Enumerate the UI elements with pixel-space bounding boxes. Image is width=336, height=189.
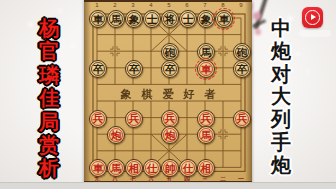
- piece-black-f4-r1[interactable]: 士: [143, 10, 161, 28]
- piece-red-f1-r7[interactable]: 兵: [89, 110, 107, 128]
- file-label-top-4: 4: [149, 2, 152, 8]
- file-label-top-8: 8: [221, 2, 224, 8]
- file-label-top-9: 9: [239, 2, 242, 8]
- petal: [306, 70, 309, 73]
- river-text: 象棋爱好者: [84, 87, 252, 102]
- file-label-top-2: 2: [113, 2, 116, 8]
- piece-red-f5-r7[interactable]: 兵: [161, 110, 179, 128]
- file-label-top-5: 5: [167, 2, 170, 8]
- bottom-strip: [0, 182, 336, 189]
- piece-black-f3-r1[interactable]: 象: [125, 10, 143, 28]
- play-logo: [302, 7, 323, 28]
- piece-black-f8-r1[interactable]: 車: [215, 10, 233, 28]
- piece-black-f9-r3[interactable]: 砲: [233, 43, 251, 61]
- play-icon: [311, 14, 316, 20]
- blossom-flower: [255, 29, 261, 35]
- blossom-flower: [253, 12, 261, 20]
- last-move-marker: [213, 8, 235, 30]
- petal: [296, 52, 300, 56]
- file-label-top-1: 1: [95, 2, 98, 8]
- file-label-top-3: 3: [131, 2, 134, 8]
- piece-black-f1-r4[interactable]: 卒: [89, 60, 107, 78]
- piece-red-f9-r7[interactable]: 兵: [233, 110, 251, 128]
- video-frame: 象棋爱好者 123456789 九八七六五四三二一 車馬象士将士象車砲馬砲卒卒卒…: [0, 0, 336, 189]
- bokeh: [71, 44, 75, 48]
- last-move-marker: [195, 58, 217, 80]
- bokeh: [28, 22, 33, 27]
- piece-red-f7-r4[interactable]: 車: [197, 60, 215, 78]
- board[interactable]: 象棋爱好者 123456789 九八七六五四三二一 車馬象士将士象車砲馬砲卒卒卒…: [84, 0, 252, 184]
- piece-red-f7-r7[interactable]: 兵: [197, 110, 215, 128]
- right-title: 中炮对大列手炮: [270, 17, 292, 177]
- piece-black-f2-r1[interactable]: 馬: [107, 10, 125, 28]
- piece-black-f5-r1[interactable]: 将: [161, 10, 179, 28]
- piece-black-f1-r1[interactable]: 車: [89, 10, 107, 28]
- file-label-top-7: 7: [203, 2, 206, 8]
- bokeh: [58, 9, 62, 13]
- piece-black-f5-r4[interactable]: 卒: [161, 60, 179, 78]
- watermark-blur: [299, 30, 331, 37]
- piece-red-f3-r7[interactable]: 兵: [125, 110, 143, 128]
- piece-black-f9-r4[interactable]: 卒: [233, 60, 251, 78]
- left-title: 杨官璘佳局赏析: [38, 17, 60, 181]
- file-label-top-6: 6: [185, 2, 188, 8]
- piece-black-f3-r4[interactable]: 卒: [125, 60, 143, 78]
- piece-black-f6-r1[interactable]: 士: [179, 10, 197, 28]
